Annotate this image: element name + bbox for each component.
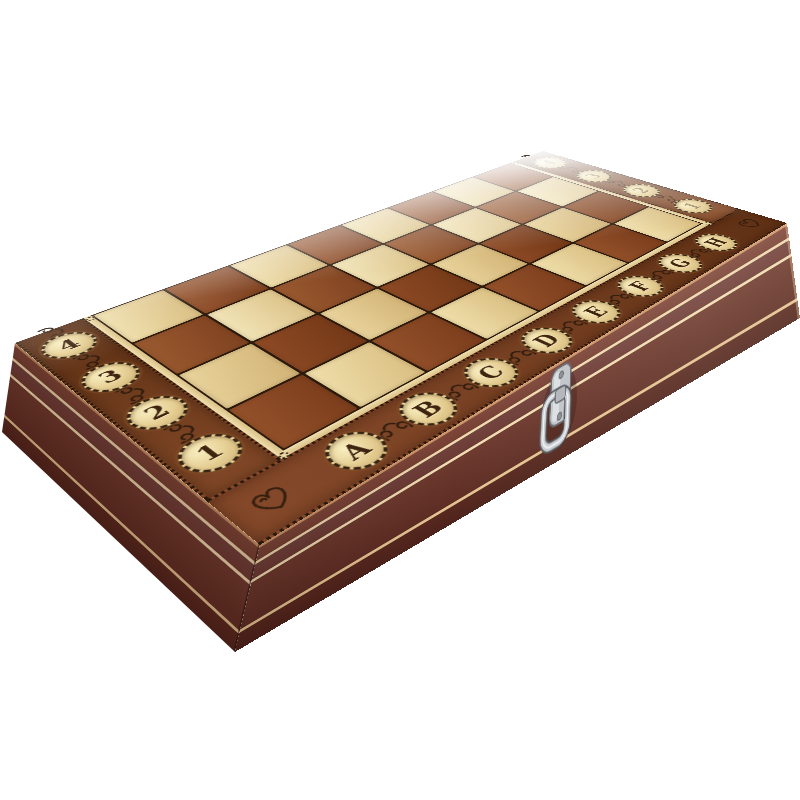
rank-medallion-left-1-label: 1 <box>191 441 228 465</box>
rank-medallion-right-4-label: 4 <box>539 159 560 166</box>
rank-medallion-left-2-label: 2 <box>140 402 175 423</box>
file-medallion-a-label: A <box>336 438 376 463</box>
file-medallion-e-label: E <box>580 304 611 319</box>
rank-medallion-left-4-label: 4 <box>54 337 85 353</box>
file-medallion-f-label: F <box>626 280 655 293</box>
file-medallion-g-label: G <box>665 257 695 270</box>
rank-medallion-right-2-label: 2 <box>630 186 653 194</box>
file-medallion-c-label: C <box>473 363 509 382</box>
file-medallion-b-label: B <box>409 398 448 420</box>
rank-medallion-left-3-label: 3 <box>94 367 127 385</box>
file-medallion-d-label: D <box>529 332 564 350</box>
rank-medallion-right-1-label: 1 <box>681 202 705 211</box>
file-medallion-h-label: H <box>701 236 730 248</box>
chess-box-product-photo: ABCDEFGH43214321 <box>0 0 800 800</box>
rank-medallion-right-3-label: 3 <box>583 172 605 180</box>
